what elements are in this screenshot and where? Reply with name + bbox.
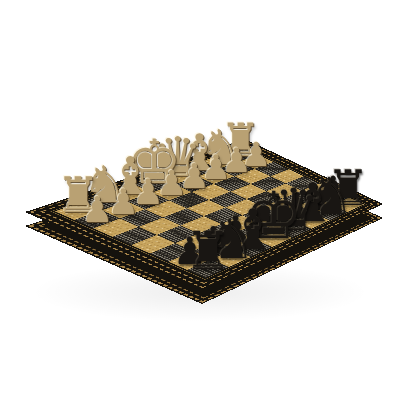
black-rook[interactable]: ♜ [185,225,232,278]
white-pawn[interactable]: ♟ [81,192,113,228]
scene: ♜♞♝♛♚♝♞♜♟♟♟♟♟♟♟♟♟♟♟♟♟♟♟♟♜♞♝♛♚♝♞♜ [0,0,400,400]
